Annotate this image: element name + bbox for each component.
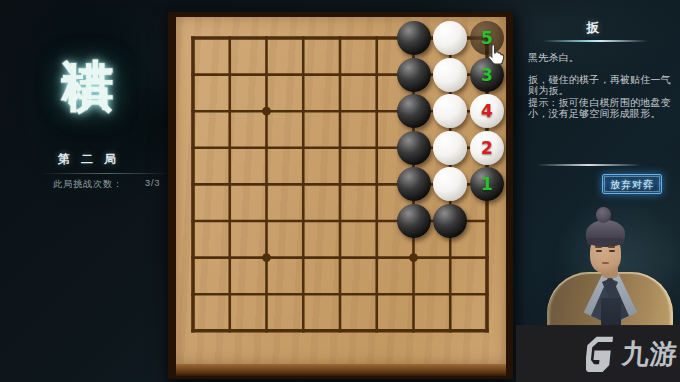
puzzle-mode-title: 诘棋 bbox=[60, 16, 116, 24]
lesson-hint: 提示：扳可使白棋所围的地盘变小，没有足够空间形成眼形。 bbox=[528, 97, 675, 119]
portrait-mouth bbox=[602, 262, 609, 264]
portrait-brow bbox=[595, 246, 602, 248]
black-stone: 1 bbox=[470, 167, 504, 201]
lesson-explanation: 扳，碰住的棋子，再被贴住一气则为扳。 bbox=[528, 74, 675, 96]
goban-surface[interactable]: 34215 bbox=[176, 17, 506, 364]
lesson-panel: 扳 黑先杀白。 扳，碰住的棋子，再被贴住一气则为扳。 提示：扳可使白棋所围的地盘… bbox=[528, 19, 675, 119]
stones-layer: 34215 bbox=[176, 17, 506, 364]
black-stone bbox=[397, 131, 431, 165]
portrait-eye bbox=[596, 250, 602, 252]
left-panel-divider bbox=[40, 173, 172, 174]
go-board: 34215 bbox=[168, 12, 513, 379]
portrait-brow bbox=[608, 246, 615, 248]
attempts-label: 此局挑战次数： bbox=[53, 178, 123, 191]
jiuyou-logo-icon bbox=[586, 336, 618, 372]
attempts-value: 3/3 bbox=[145, 178, 161, 191]
action-divider bbox=[537, 164, 641, 166]
hand-cursor-icon bbox=[484, 43, 506, 67]
portrait-eye bbox=[609, 250, 615, 252]
move-number: 1 bbox=[481, 167, 493, 201]
move-number: 4 bbox=[481, 94, 493, 128]
board-front-edge bbox=[176, 364, 506, 376]
resign-button[interactable]: 放弃对弈 bbox=[602, 174, 662, 194]
lesson-objective: 黑先杀白。 bbox=[528, 52, 675, 63]
watermark-bar: 九游 bbox=[516, 325, 680, 382]
white-stone: 4 bbox=[470, 94, 504, 128]
black-stone bbox=[397, 58, 431, 92]
black-stone bbox=[397, 94, 431, 128]
lesson-title: 扳 bbox=[528, 19, 658, 37]
black-stone bbox=[397, 204, 431, 238]
black-stone bbox=[397, 21, 431, 55]
round-label: 第 二 局 bbox=[24, 151, 154, 168]
attempts-row: 此局挑战次数： 3/3 bbox=[53, 178, 161, 191]
portrait-hat-band bbox=[587, 238, 624, 245]
white-stone bbox=[433, 94, 467, 128]
black-stone bbox=[397, 167, 431, 201]
white-stone: 2 bbox=[470, 131, 504, 165]
watermark-brand: 九游 bbox=[621, 336, 680, 372]
npc-portrait bbox=[543, 198, 680, 326]
white-stone bbox=[433, 21, 467, 55]
portrait-topknot bbox=[596, 207, 611, 223]
portrait-chest bbox=[601, 298, 621, 326]
white-stone bbox=[433, 131, 467, 165]
black-stone bbox=[433, 204, 467, 238]
white-stone bbox=[433, 58, 467, 92]
white-stone bbox=[433, 167, 467, 201]
move-number: 2 bbox=[481, 131, 493, 165]
lesson-title-divider bbox=[542, 40, 648, 42]
